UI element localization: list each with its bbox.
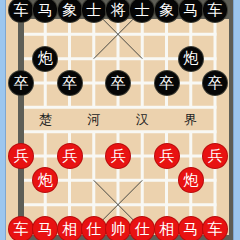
piece-black-advisor[interactable]: 士 bbox=[82, 0, 106, 22]
window-background-left bbox=[0, 0, 6, 240]
piece-red-soldier[interactable]: 兵 bbox=[58, 144, 82, 168]
piece-black-cannon[interactable]: 炮 bbox=[179, 47, 203, 71]
board-frame-left bbox=[18, 0, 24, 240]
xiangqi-board[interactable]: 楚 河 汉 界 车马象士将士象马车炮炮卒卒卒卒卒兵兵兵兵兵炮炮车马相仕帅仕相马车 bbox=[5, 0, 234, 240]
piece-red-general[interactable]: 帅 bbox=[106, 217, 130, 240]
window-background-right bbox=[233, 0, 240, 240]
piece-red-soldier[interactable]: 兵 bbox=[203, 144, 227, 168]
piece-black-soldier[interactable]: 卒 bbox=[9, 71, 33, 95]
piece-black-soldier[interactable]: 卒 bbox=[58, 71, 82, 95]
piece-red-rook[interactable]: 车 bbox=[9, 217, 33, 240]
piece-red-soldier[interactable]: 兵 bbox=[9, 144, 33, 168]
piece-black-soldier[interactable]: 卒 bbox=[203, 71, 227, 95]
piece-red-soldier[interactable]: 兵 bbox=[155, 144, 179, 168]
xiangqi-app-window: 楚 河 汉 界 车马象士将士象马车炮炮卒卒卒卒卒兵兵兵兵兵炮炮车马相仕帅仕相马车 bbox=[0, 0, 240, 240]
river-label-he: 河 bbox=[84, 112, 104, 127]
piece-red-rook[interactable]: 车 bbox=[203, 217, 227, 240]
river-label-han: 汉 bbox=[132, 112, 152, 127]
piece-red-advisor[interactable]: 仕 bbox=[82, 217, 106, 240]
piece-black-elephant[interactable]: 象 bbox=[155, 0, 179, 22]
piece-black-cannon[interactable]: 炮 bbox=[33, 47, 57, 71]
piece-red-elephant[interactable]: 相 bbox=[155, 217, 179, 240]
river-label-jie: 界 bbox=[181, 112, 201, 127]
piece-black-soldier[interactable]: 卒 bbox=[106, 71, 130, 95]
piece-red-elephant[interactable]: 相 bbox=[58, 217, 82, 240]
piece-red-horse[interactable]: 马 bbox=[179, 217, 203, 240]
piece-red-horse[interactable]: 马 bbox=[33, 217, 57, 240]
piece-red-advisor[interactable]: 仕 bbox=[130, 217, 154, 240]
piece-black-elephant[interactable]: 象 bbox=[58, 0, 82, 22]
piece-red-cannon[interactable]: 炮 bbox=[179, 168, 203, 192]
piece-black-horse[interactable]: 马 bbox=[179, 0, 203, 22]
piece-red-soldier[interactable]: 兵 bbox=[106, 144, 130, 168]
piece-black-soldier[interactable]: 卒 bbox=[155, 71, 179, 95]
river-label-chu: 楚 bbox=[35, 112, 55, 127]
